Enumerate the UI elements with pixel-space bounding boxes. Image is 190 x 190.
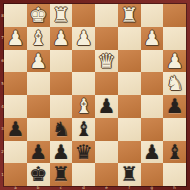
chess-board-frame: ♚♜♜♟♝♟♟♟♟♛♟♞♝♟♟♟♞♝♟♟♛♟♝♚♜♜ 87654321abcde…: [0, 0, 190, 190]
piece-white-knight[interactable]: ♞: [166, 72, 184, 95]
piece-white-pawn[interactable]: ♟: [143, 27, 161, 50]
piece-black-pawn[interactable]: ♟: [166, 95, 184, 118]
piece-black-pawn[interactable]: ♟: [29, 141, 47, 164]
piece-white-bishop[interactable]: ♝: [29, 27, 47, 50]
square-d3[interactable]: ♝: [72, 118, 95, 141]
square-c7[interactable]: ♟: [50, 27, 73, 50]
square-c5[interactable]: [50, 72, 73, 95]
piece-black-pawn[interactable]: ♟: [52, 141, 70, 164]
piece-white-pawn[interactable]: ♟: [75, 27, 93, 50]
square-f6[interactable]: [118, 50, 141, 73]
square-d2[interactable]: ♛: [72, 141, 95, 164]
square-e6[interactable]: ♛: [95, 50, 118, 73]
piece-black-king[interactable]: ♚: [29, 163, 47, 186]
square-f7[interactable]: [118, 27, 141, 50]
square-f4[interactable]: [118, 95, 141, 118]
square-d5[interactable]: [72, 72, 95, 95]
square-h2[interactable]: ♝: [163, 141, 186, 164]
piece-black-pawn[interactable]: ♟: [6, 118, 24, 141]
square-c1[interactable]: ♜: [50, 163, 73, 186]
square-a4[interactable]: [4, 95, 27, 118]
piece-white-pawn[interactable]: ♟: [166, 50, 184, 73]
square-g6[interactable]: [141, 50, 164, 73]
piece-white-rook[interactable]: ♜: [120, 4, 138, 27]
square-c8[interactable]: ♜: [50, 4, 73, 27]
rank-label-7: 7: [1, 36, 4, 40]
piece-black-rook[interactable]: ♜: [120, 163, 138, 186]
piece-black-bishop[interactable]: ♝: [75, 118, 93, 141]
rank-label-1: 1: [1, 173, 4, 177]
square-c4[interactable]: [50, 95, 73, 118]
square-d6[interactable]: [72, 50, 95, 73]
square-h4[interactable]: ♟: [163, 95, 186, 118]
square-b5[interactable]: [27, 72, 50, 95]
square-e5[interactable]: [95, 72, 118, 95]
square-b6[interactable]: ♟: [27, 50, 50, 73]
rank-label-4: 4: [1, 105, 4, 109]
square-b1[interactable]: ♚: [27, 163, 50, 186]
piece-white-pawn[interactable]: ♟: [6, 27, 24, 50]
square-f1[interactable]: ♜: [118, 163, 141, 186]
square-e7[interactable]: [95, 27, 118, 50]
square-g1[interactable]: [141, 163, 164, 186]
square-g3[interactable]: [141, 118, 164, 141]
square-d1[interactable]: [72, 163, 95, 186]
square-a3[interactable]: ♟: [4, 118, 27, 141]
piece-white-bishop[interactable]: ♝: [75, 95, 93, 118]
square-a1[interactable]: [4, 163, 27, 186]
square-d8[interactable]: [72, 4, 95, 27]
piece-black-rook[interactable]: ♜: [52, 163, 70, 186]
square-b8[interactable]: ♚: [27, 4, 50, 27]
square-e2[interactable]: [95, 141, 118, 164]
square-b2[interactable]: ♟: [27, 141, 50, 164]
rank-label-6: 6: [1, 59, 4, 63]
file-label-h: h: [172, 186, 178, 190]
square-e3[interactable]: [95, 118, 118, 141]
square-b4[interactable]: [27, 95, 50, 118]
square-c2[interactable]: ♟: [50, 141, 73, 164]
piece-white-king[interactable]: ♚: [29, 4, 47, 27]
square-h1[interactable]: [163, 163, 186, 186]
rank-label-5: 5: [1, 82, 4, 86]
rank-label-2: 2: [1, 150, 4, 154]
piece-black-queen[interactable]: ♛: [75, 141, 93, 164]
square-e4[interactable]: ♟: [95, 95, 118, 118]
file-label-a: a: [12, 186, 18, 190]
piece-black-pawn[interactable]: ♟: [143, 141, 161, 164]
square-g8[interactable]: [141, 4, 164, 27]
square-f8[interactable]: ♜: [118, 4, 141, 27]
piece-white-pawn[interactable]: ♟: [29, 50, 47, 73]
square-a5[interactable]: [4, 72, 27, 95]
rank-label-8: 8: [1, 14, 4, 18]
square-h3[interactable]: [163, 118, 186, 141]
square-c3[interactable]: ♞: [50, 118, 73, 141]
square-b3[interactable]: [27, 118, 50, 141]
file-label-c: c: [58, 186, 64, 190]
square-b7[interactable]: ♝: [27, 27, 50, 50]
square-g4[interactable]: [141, 95, 164, 118]
square-h6[interactable]: ♟: [163, 50, 186, 73]
square-e8[interactable]: [95, 4, 118, 27]
square-g5[interactable]: [141, 72, 164, 95]
file-label-f: f: [126, 186, 132, 190]
piece-black-pawn[interactable]: ♟: [97, 95, 115, 118]
file-label-d: d: [81, 186, 87, 190]
square-g7[interactable]: ♟: [141, 27, 164, 50]
square-h7[interactable]: [163, 27, 186, 50]
square-c6[interactable]: [50, 50, 73, 73]
chess-board: ♚♜♜♟♝♟♟♟♟♛♟♞♝♟♟♟♞♝♟♟♛♟♝♚♜♜: [4, 4, 186, 186]
file-label-e: e: [103, 186, 109, 190]
square-d7[interactable]: ♟: [72, 27, 95, 50]
piece-white-rook[interactable]: ♜: [52, 4, 70, 27]
square-f2[interactable]: [118, 141, 141, 164]
square-f3[interactable]: [118, 118, 141, 141]
square-a8[interactable]: [4, 4, 27, 27]
piece-black-bishop[interactable]: ♝: [166, 141, 184, 164]
square-d4[interactable]: ♝: [72, 95, 95, 118]
square-h8[interactable]: [163, 4, 186, 27]
piece-black-knight[interactable]: ♞: [52, 118, 70, 141]
file-label-b: b: [35, 186, 41, 190]
rank-label-3: 3: [1, 127, 4, 131]
piece-white-queen[interactable]: ♛: [97, 50, 115, 73]
square-g2[interactable]: ♟: [141, 141, 164, 164]
square-f5[interactable]: [118, 72, 141, 95]
square-a2[interactable]: [4, 141, 27, 164]
file-label-g: g: [149, 186, 155, 190]
square-h5[interactable]: ♞: [163, 72, 186, 95]
square-e1[interactable]: [95, 163, 118, 186]
square-a6[interactable]: [4, 50, 27, 73]
piece-white-pawn[interactable]: ♟: [52, 27, 70, 50]
square-a7[interactable]: ♟: [4, 27, 27, 50]
